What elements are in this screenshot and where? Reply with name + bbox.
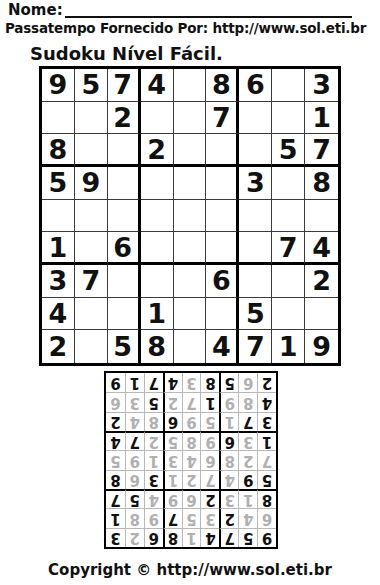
cell-r9c7[interactable]: 7 (239, 330, 272, 363)
cell-r6c6[interactable] (206, 232, 239, 265)
solution-cell-r8c8: 3 (125, 392, 144, 411)
cell-r5c1[interactable] (42, 200, 75, 233)
name-label: Nome: (8, 2, 63, 18)
solution-cell-r5c3: 8 (219, 450, 238, 469)
solution-cell-r1c4: 4 (200, 528, 219, 547)
cell-r1c4[interactable]: 4 (141, 69, 174, 102)
cell-r1c3[interactable]: 7 (108, 69, 141, 102)
cell-r3c5[interactable] (174, 134, 207, 167)
cell-r6c7[interactable] (239, 232, 272, 265)
cell-r3c1[interactable]: 8 (42, 134, 75, 167)
cell-r9c9[interactable]: 9 (305, 330, 338, 363)
solution-cell-r1c3: 7 (219, 528, 238, 547)
cell-r7c8[interactable] (272, 265, 305, 298)
cell-r2c3[interactable]: 2 (108, 102, 141, 135)
cell-r3c7[interactable] (239, 134, 272, 167)
solution-cell-r6c4: 9 (200, 431, 219, 450)
cell-r8c7[interactable]: 5 (239, 298, 272, 331)
cell-r6c2[interactable] (75, 232, 108, 265)
cell-r5c2[interactable] (75, 200, 108, 233)
solution-cell-r8c2: 8 (238, 392, 257, 411)
solution-cell-r3c1: 8 (257, 489, 276, 508)
solution-cell-r1c2: 5 (238, 528, 257, 547)
cell-r6c9[interactable]: 4 (305, 232, 338, 265)
solution-cell-r4c5: 2 (182, 470, 201, 489)
solution-cell-r2c4: 3 (200, 508, 219, 527)
sudoku-solution-grid: 9574186236423579818132694575947213687286… (104, 371, 278, 549)
solution-cell-r2c5: 5 (182, 508, 201, 527)
cell-r6c5[interactable] (174, 232, 207, 265)
cell-r7c4[interactable] (141, 265, 174, 298)
solution-cell-r3c2: 1 (238, 489, 257, 508)
solution-cell-r4c7: 3 (144, 470, 163, 489)
solution-cell-r3c6: 9 (163, 489, 182, 508)
cell-r5c3[interactable] (108, 200, 141, 233)
cell-r7c5[interactable] (174, 265, 207, 298)
cell-r1c9[interactable]: 3 (305, 69, 338, 102)
solution-cell-r2c2: 4 (238, 508, 257, 527)
solution-cell-r9c5: 3 (182, 373, 201, 392)
cell-r2c5[interactable] (174, 102, 207, 135)
cell-r7c7[interactable] (239, 265, 272, 298)
solution-cell-r1c9: 3 (106, 528, 125, 547)
cell-r7c6[interactable]: 6 (206, 265, 239, 298)
solution-cell-r8c6: 2 (163, 392, 182, 411)
cell-r3c6[interactable] (206, 134, 239, 167)
cell-r9c5[interactable] (174, 330, 207, 363)
cell-r4c3[interactable] (108, 167, 141, 200)
page-title: Sudoku Nível Fácil. (30, 43, 223, 64)
cell-r3c2[interactable] (75, 134, 108, 167)
cell-r2c2[interactable] (75, 102, 108, 135)
solution-cell-r6c9: 4 (106, 431, 125, 450)
cell-r9c8[interactable]: 1 (272, 330, 305, 363)
cell-r7c9[interactable]: 2 (305, 265, 338, 298)
solution-cell-r8c9: 6 (106, 392, 125, 411)
cell-r1c5[interactable] (174, 69, 207, 102)
solution-cell-r3c9: 7 (106, 489, 125, 508)
cell-r6c3[interactable]: 6 (108, 232, 141, 265)
cell-r3c4[interactable]: 2 (141, 134, 174, 167)
solution-cell-r1c5: 1 (182, 528, 201, 547)
solution-cell-r3c8: 5 (125, 489, 144, 508)
solution-cell-r5c8: 9 (125, 450, 144, 469)
solution-cell-r7c2: 7 (238, 412, 257, 431)
solution-cell-r9c8: 1 (125, 373, 144, 392)
solution-cell-r4c1: 5 (257, 470, 276, 489)
sudoku-printable-page: Nome: Passatempo Fornecido Por: http://w… (0, 0, 380, 585)
cell-r8c9[interactable] (305, 298, 338, 331)
solution-cell-r9c6: 4 (163, 373, 182, 392)
solution-cell-r9c4: 8 (200, 373, 219, 392)
cell-r4c6[interactable] (206, 167, 239, 200)
solution-cell-r3c4: 2 (200, 489, 219, 508)
cell-r1c1[interactable]: 9 (42, 69, 75, 102)
solution-cell-r8c4: 1 (200, 392, 219, 411)
cell-r8c4[interactable]: 1 (141, 298, 174, 331)
solution-cell-r9c1: 2 (257, 373, 276, 392)
cell-r3c8[interactable]: 5 (272, 134, 305, 167)
solution-cell-r2c7: 9 (144, 508, 163, 527)
cell-r2c9[interactable]: 1 (305, 102, 338, 135)
sudoku-puzzle-grid: 957486327182575938167437624152584719 (39, 66, 341, 366)
solution-cell-r4c6: 1 (163, 470, 182, 489)
cell-r1c6[interactable]: 8 (206, 69, 239, 102)
solution-cell-r6c5: 8 (182, 431, 201, 450)
cell-r1c2[interactable]: 5 (75, 69, 108, 102)
cell-r6c8[interactable]: 7 (272, 232, 305, 265)
solution-cell-r1c8: 2 (125, 528, 144, 547)
solution-cell-r5c2: 2 (238, 450, 257, 469)
solution-cell-r2c1: 6 (257, 508, 276, 527)
solution-cell-r7c9: 2 (106, 412, 125, 431)
name-fill-line (65, 2, 352, 18)
solution-cell-r5c4: 6 (200, 450, 219, 469)
cell-r1c8[interactable] (272, 69, 305, 102)
solution-cell-r5c6: 3 (163, 450, 182, 469)
solution-cell-r8c7: 5 (144, 392, 163, 411)
cell-r5c9[interactable] (305, 200, 338, 233)
solution-cell-r7c4: 5 (200, 412, 219, 431)
solution-cell-r6c7: 2 (144, 431, 163, 450)
solution-cell-r7c1: 3 (257, 412, 276, 431)
cell-r3c3[interactable] (108, 134, 141, 167)
solution-cell-r7c7: 8 (144, 412, 163, 431)
cell-r8c8[interactable] (272, 298, 305, 331)
cell-r7c1[interactable]: 3 (42, 265, 75, 298)
cell-r9c2[interactable] (75, 330, 108, 363)
solution-cell-r6c2: 3 (238, 431, 257, 450)
solution-cell-r6c6: 5 (163, 431, 182, 450)
cell-r4c8[interactable] (272, 167, 305, 200)
provider-line: Passatempo Fornecido Por: http://www.sol… (5, 20, 375, 36)
solution-cell-r4c9: 8 (106, 470, 125, 489)
cell-r2c7[interactable] (239, 102, 272, 135)
solution-cell-r9c3: 5 (219, 373, 238, 392)
solution-cell-r2c9: 1 (106, 508, 125, 527)
solution-cell-r9c7: 7 (144, 373, 163, 392)
cell-r4c1[interactable]: 5 (42, 167, 75, 200)
cell-r3c9[interactable]: 7 (305, 134, 338, 167)
cell-r1c7[interactable]: 6 (239, 69, 272, 102)
solution-cell-r8c3: 9 (219, 392, 238, 411)
cell-r2c4[interactable] (141, 102, 174, 135)
cell-r4c2[interactable]: 9 (75, 167, 108, 200)
solution-cell-r4c4: 7 (200, 470, 219, 489)
solution-cell-r4c8: 6 (125, 470, 144, 489)
cell-r6c1[interactable]: 1 (42, 232, 75, 265)
cell-r8c3[interactable] (108, 298, 141, 331)
solution-cell-r7c8: 4 (125, 412, 144, 431)
solution-cell-r3c7: 4 (144, 489, 163, 508)
solution-cell-r7c5: 9 (182, 412, 201, 431)
cell-r4c5[interactable] (174, 167, 207, 200)
solution-cell-r5c5: 4 (182, 450, 201, 469)
cell-r2c6[interactable]: 7 (206, 102, 239, 135)
solution-cell-r7c3: 1 (219, 412, 238, 431)
cell-r4c9[interactable]: 8 (305, 167, 338, 200)
cell-r9c4[interactable]: 8 (141, 330, 174, 363)
cell-r9c6[interactable]: 4 (206, 330, 239, 363)
copyright-text: Copyright © http://www.sol.eti.br (0, 561, 380, 579)
solution-cell-r9c2: 6 (238, 373, 257, 392)
solution-cell-r1c6: 8 (163, 528, 182, 547)
solution-cell-r1c7: 6 (144, 528, 163, 547)
cell-r4c4[interactable] (141, 167, 174, 200)
solution-cell-r1c1: 9 (257, 528, 276, 547)
cell-r8c5[interactable] (174, 298, 207, 331)
solution-cell-r3c3: 3 (219, 489, 238, 508)
cell-r9c3[interactable]: 5 (108, 330, 141, 363)
name-row: Nome: (8, 2, 352, 18)
cell-r5c6[interactable] (206, 200, 239, 233)
solution-cell-r2c3: 2 (219, 508, 238, 527)
solution-cell-r9c9: 9 (106, 373, 125, 392)
solution-cell-r3c5: 6 (182, 489, 201, 508)
cell-r5c4[interactable] (141, 200, 174, 233)
cell-r5c7[interactable] (239, 200, 272, 233)
solution-cell-r4c3: 4 (219, 470, 238, 489)
cell-r4c7[interactable]: 3 (239, 167, 272, 200)
cell-r5c5[interactable] (174, 200, 207, 233)
cell-r9c1[interactable]: 2 (42, 330, 75, 363)
solution-cell-r7c6: 6 (163, 412, 182, 431)
cell-r7c3[interactable] (108, 265, 141, 298)
solution-cell-r5c1: 7 (257, 450, 276, 469)
solution-cell-r8c1: 4 (257, 392, 276, 411)
cell-r8c2[interactable] (75, 298, 108, 331)
cell-r2c8[interactable] (272, 102, 305, 135)
solution-cell-r8c5: 7 (182, 392, 201, 411)
cell-r2c1[interactable] (42, 102, 75, 135)
cell-r7c2[interactable]: 7 (75, 265, 108, 298)
solution-cell-r5c7: 1 (144, 450, 163, 469)
cell-r8c6[interactable] (206, 298, 239, 331)
solution-cell-r4c2: 9 (238, 470, 257, 489)
solution-cell-r2c8: 8 (125, 508, 144, 527)
cell-r5c8[interactable] (272, 200, 305, 233)
solution-cell-r2c6: 7 (163, 508, 182, 527)
cell-r8c1[interactable]: 4 (42, 298, 75, 331)
solution-cell-r6c8: 7 (125, 431, 144, 450)
solution-cell-r5c9: 5 (106, 450, 125, 469)
cell-r6c4[interactable] (141, 232, 174, 265)
solution-cell-r6c1: 1 (257, 431, 276, 450)
solution-cell-r6c3: 6 (219, 431, 238, 450)
